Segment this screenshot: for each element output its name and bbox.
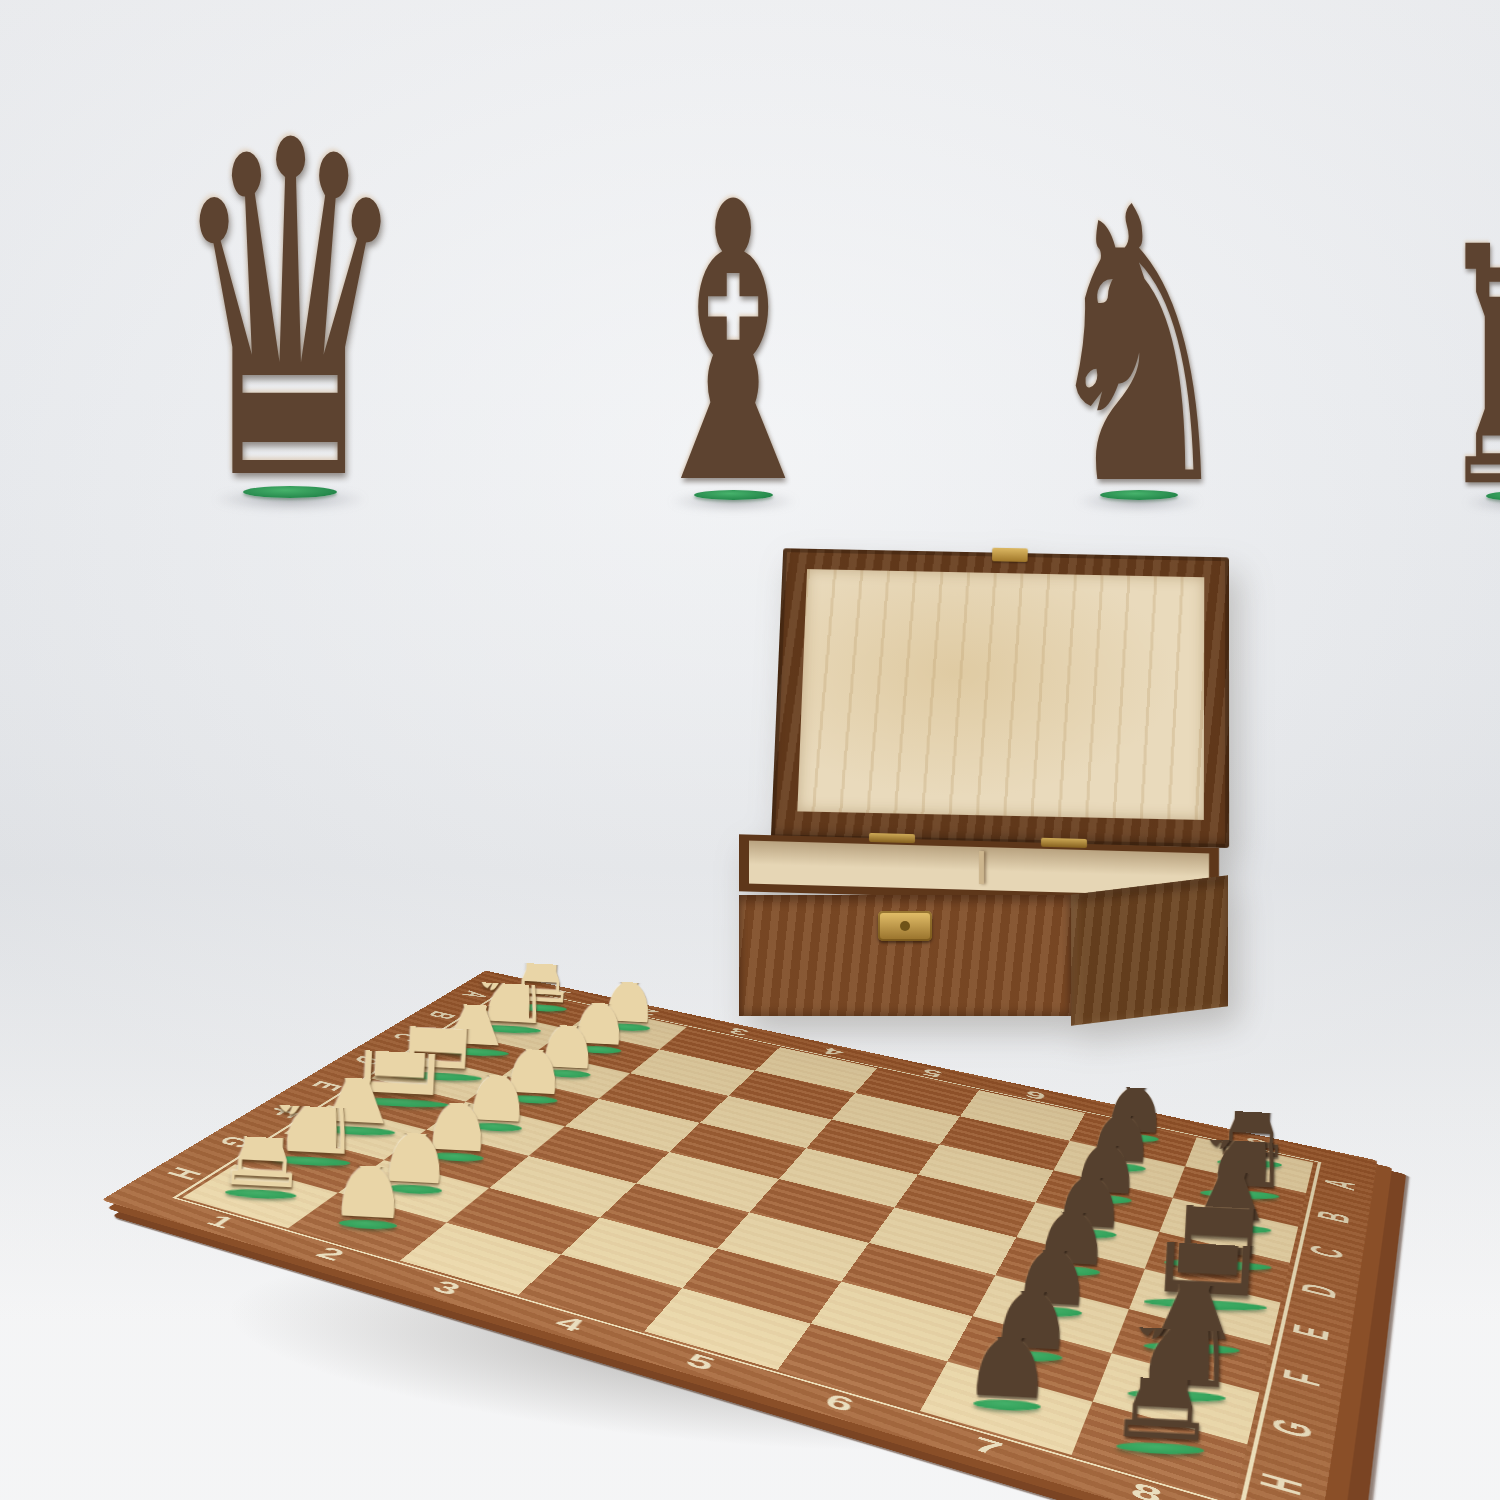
file-label-b-black-side: B xyxy=(1298,1193,1370,1242)
piece-glyph: ♟ xyxy=(329,1108,413,1226)
display-piece-knight: ♞ xyxy=(969,201,1308,510)
rank-label-5-near-edge: 5 xyxy=(646,1329,753,1397)
knight-piece-glyph: ♞ xyxy=(1041,201,1238,496)
black-rook-h8: ♜ xyxy=(1085,1375,1235,1500)
board-scene: ABCDEFGH8♜♞♝♛♚♝♞♜87♟♟♟♟♟♟♟♟7665544332♟♟♟… xyxy=(258,658,1301,1500)
bishop-piece-glyph: ♝ xyxy=(633,196,833,496)
display-piece-rook: ♜ xyxy=(1372,241,1500,510)
queen-piece-glyph: ♛ xyxy=(170,133,410,493)
piece-glyph: ♟ xyxy=(962,1270,1060,1407)
piece-glyph: ♜ xyxy=(213,1052,316,1196)
rank-label-6-near-edge: 6 xyxy=(786,1368,892,1441)
display-piece-queen: ♛ xyxy=(83,133,497,510)
display-piece-bishop: ♝ xyxy=(561,196,905,510)
display-piece-king: ♚ xyxy=(0,69,19,510)
piece-glyph: ♜ xyxy=(1101,1274,1228,1452)
rook-piece-glyph: ♜ xyxy=(1434,241,1500,497)
piece-display-row: ♚♛♝♞♜♟ xyxy=(0,0,1500,516)
box-lid-catch xyxy=(992,548,1028,562)
studio-backdrop: ♚♛♝♞♜♟ ABCDEFGH8♜♞♝♛♚♝♞♜87♟♟♟♟♟♟♟♟766554… xyxy=(0,0,1500,1500)
chess-board: ABCDEFGH8♜♞♝♛♚♝♞♜87♟♟♟♟♟♟♟♟7665544332♟♟♟… xyxy=(101,971,1377,1500)
